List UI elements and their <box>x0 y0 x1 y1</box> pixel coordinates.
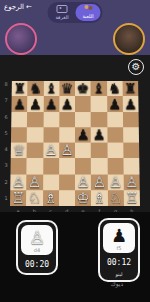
square-h5[interactable] <box>123 127 139 143</box>
screen-icon <box>57 5 68 13</box>
piece-P-d4: ♙ <box>60 143 73 158</box>
piece-P-c4: ♙ <box>44 143 57 158</box>
rank-labels: 87654321 <box>3 76 9 206</box>
square-h3[interactable] <box>123 158 139 174</box>
square-a8[interactable]: ♜ <box>12 81 28 96</box>
black-pawn-icon: ♟ <box>111 226 127 245</box>
piece-n-b8: ♞ <box>29 81 42 96</box>
square-e4[interactable] <box>75 143 91 159</box>
square-d2[interactable] <box>59 174 75 190</box>
piece-B-c1: ♗ <box>44 190 58 206</box>
black-player-card: ♟ f5 00:12 لينو <box>98 218 140 282</box>
app-screen: الرجوع ← الغرفة اللعبة ⚙ 87654321 ♜♞♝♛♚♝… <box>0 0 150 302</box>
piece-p-e5: ♟ <box>76 127 89 142</box>
square-g6[interactable] <box>107 112 123 127</box>
piece-P-a2: ♙ <box>12 174 26 190</box>
rank-label-5: 5 <box>3 125 9 141</box>
square-b8[interactable]: ♞ <box>28 81 44 96</box>
rank-label-8: 8 <box>3 76 9 92</box>
piece-P-f2: ♙ <box>93 174 106 190</box>
piece-p-a7: ♟ <box>13 96 26 111</box>
piece-N-b1: ♘ <box>28 190 42 206</box>
square-e3[interactable] <box>75 158 91 174</box>
square-d7[interactable]: ♟ <box>59 96 75 111</box>
piece-b-f8: ♝ <box>92 81 105 96</box>
header: الرجوع ← الغرفة اللعبة <box>0 0 150 55</box>
tab-room[interactable]: الغرفة <box>50 4 75 21</box>
black-player-tile: ♟ f5 <box>103 223 135 253</box>
square-h8[interactable]: ♜ <box>122 81 138 96</box>
square-f5[interactable]: ♟ <box>91 127 107 143</box>
square-c6[interactable] <box>43 112 59 127</box>
square-e1[interactable]: ♔ <box>75 190 91 206</box>
square-g1[interactable]: ♘ <box>107 190 123 206</box>
piece-p-g7: ♟ <box>108 96 121 111</box>
square-f4[interactable] <box>91 143 107 159</box>
square-h6[interactable] <box>123 112 139 127</box>
tab-bar: الغرفة اللعبة <box>48 2 103 23</box>
square-h1[interactable]: ♖ <box>124 190 140 206</box>
square-g8[interactable]: ♞ <box>107 81 123 96</box>
piece-p-h7: ♟ <box>124 96 137 111</box>
piece-R-a1: ♖ <box>11 190 25 206</box>
square-c2[interactable] <box>43 174 59 190</box>
square-a2[interactable]: ♙ <box>10 174 26 190</box>
black-last-move: f5 <box>117 245 122 251</box>
rank-label-4: 4 <box>3 141 9 157</box>
square-f3[interactable] <box>91 158 107 174</box>
piece-p-c7: ♟ <box>45 96 58 111</box>
players-panel: ♙ d4 00:20 ♟ f5 00:12 لينو ديوك <box>0 212 150 302</box>
avatar-left[interactable] <box>5 23 37 55</box>
square-a3[interactable] <box>10 158 26 174</box>
square-f1[interactable]: ♗ <box>91 190 107 206</box>
square-g4[interactable] <box>107 143 123 159</box>
chess-board: 87654321 ♜♞♝♛♚♝♞♜♟♟♟♟♟♟♟♟♕♙♙♙♙♙♙♙♙♖♘♗♔♗♘… <box>10 76 140 206</box>
back-arrow-icon: ← <box>26 3 32 12</box>
square-b5[interactable] <box>27 127 43 143</box>
piece-p-d7: ♟ <box>60 96 73 111</box>
square-c7[interactable]: ♟ <box>43 96 59 111</box>
piece-P-e2: ♙ <box>76 174 89 190</box>
square-g7[interactable]: ♟ <box>107 96 123 111</box>
piece-p-b7: ♟ <box>29 96 42 111</box>
white-pawn-icon: ♙ <box>29 228 45 247</box>
square-d3[interactable] <box>59 158 75 174</box>
tab-game[interactable]: اللعبة <box>76 4 101 21</box>
white-last-move: d4 <box>34 247 40 253</box>
board-section: ⚙ 87654321 ♜♞♝♛♚♝♞♜♟♟♟♟♟♟♟♟♕♙♙♙♙♙♙♙♙♖♘♗♔… <box>0 55 150 212</box>
square-a4[interactable]: ♕ <box>11 143 27 159</box>
piece-p-f5: ♟ <box>92 127 105 142</box>
square-a7[interactable]: ♟ <box>11 96 27 111</box>
square-e2[interactable]: ♙ <box>75 174 91 190</box>
square-e7[interactable] <box>75 96 91 111</box>
piece-r-h8: ♜ <box>124 81 137 96</box>
piece-R-h1: ♖ <box>125 190 139 206</box>
black-player-name: لينو <box>100 271 138 280</box>
square-f6[interactable] <box>91 112 107 127</box>
square-f2[interactable]: ♙ <box>91 174 107 190</box>
square-a5[interactable] <box>11 127 27 143</box>
square-g2[interactable]: ♙ <box>107 174 123 190</box>
square-d6[interactable] <box>59 112 75 127</box>
tab-room-label: الغرفة <box>55 14 68 20</box>
black-clock: 00:12 <box>100 256 138 271</box>
square-b6[interactable] <box>27 112 43 127</box>
square-c4[interactable]: ♙ <box>43 143 59 159</box>
square-c1[interactable]: ♗ <box>43 190 59 206</box>
piece-k-e8: ♚ <box>76 81 89 96</box>
white-clock: 00:20 <box>18 258 56 273</box>
square-d1[interactable] <box>59 190 75 206</box>
piece-b-c8: ♝ <box>45 81 58 96</box>
piece-P-h2: ♙ <box>125 174 139 190</box>
people-icon <box>83 5 93 12</box>
piece-q-d8: ♛ <box>61 81 74 96</box>
piece-P-b2: ♙ <box>28 174 42 190</box>
square-f7[interactable] <box>91 96 107 111</box>
rank-label-2: 2 <box>3 174 9 190</box>
piece-N-g1: ♘ <box>109 190 123 206</box>
square-b3[interactable] <box>27 158 43 174</box>
square-c3[interactable] <box>43 158 59 174</box>
square-b4[interactable] <box>27 143 43 159</box>
square-d4[interactable]: ♙ <box>59 143 75 159</box>
piece-Q-a4: ♕ <box>12 143 25 158</box>
square-a1[interactable]: ♖ <box>10 190 26 206</box>
white-player-card: ♙ d4 00:20 <box>16 220 58 275</box>
square-b7[interactable]: ♟ <box>27 96 43 111</box>
square-a6[interactable] <box>11 112 27 127</box>
rank-label-6: 6 <box>3 109 9 125</box>
tab-game-label: اللعبة <box>82 13 93 19</box>
square-f8[interactable]: ♝ <box>91 81 107 96</box>
square-h2[interactable]: ♙ <box>123 174 139 190</box>
rank-label-7: 7 <box>3 92 9 108</box>
square-e6[interactable] <box>75 112 91 127</box>
rank-label-1: 1 <box>3 190 9 206</box>
piece-B-f1: ♗ <box>93 190 107 206</box>
square-c5[interactable] <box>43 127 59 143</box>
square-g5[interactable] <box>107 127 123 143</box>
square-g3[interactable] <box>107 158 123 174</box>
square-d5[interactable] <box>59 127 75 143</box>
square-d8[interactable]: ♛ <box>59 81 75 96</box>
back-button[interactable]: الرجوع ← <box>4 3 32 12</box>
square-h4[interactable] <box>123 143 139 159</box>
square-e5[interactable]: ♟ <box>75 127 91 143</box>
piece-K-e1: ♔ <box>76 190 89 206</box>
square-b2[interactable]: ♙ <box>26 174 42 190</box>
back-label: الرجوع <box>4 3 24 12</box>
square-h7[interactable]: ♟ <box>122 96 138 111</box>
square-c8[interactable]: ♝ <box>43 81 59 96</box>
black-player-caption: ديوك <box>98 280 136 287</box>
avatar-right[interactable] <box>113 23 145 55</box>
piece-r-a8: ♜ <box>13 81 26 96</box>
white-player-tile: ♙ d4 <box>21 225 53 255</box>
piece-P-g2: ♙ <box>109 174 123 190</box>
square-b1[interactable]: ♘ <box>26 190 42 206</box>
gear-icon[interactable]: ⚙ <box>128 59 144 75</box>
board-grid[interactable]: ♜♞♝♛♚♝♞♜♟♟♟♟♟♟♟♟♕♙♙♙♙♙♙♙♙♖♘♗♔♗♘♖ <box>10 81 140 206</box>
rank-label-3: 3 <box>3 157 9 173</box>
piece-n-g8: ♞ <box>108 81 121 96</box>
square-e8[interactable]: ♚ <box>75 81 91 96</box>
